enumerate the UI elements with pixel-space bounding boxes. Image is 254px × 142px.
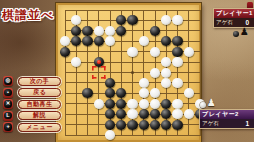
stone-white: [127, 47, 137, 57]
stone-black: [172, 47, 182, 57]
black-player-piece-icon: ♟: [240, 26, 249, 38]
dpad-icon: +: [3, 122, 13, 132]
stone-black: [60, 47, 70, 57]
stone-white: [105, 130, 115, 140]
stone-black: [116, 109, 126, 119]
stone-black: [105, 120, 115, 130]
stone-black: [82, 36, 92, 46]
stone-white: [139, 36, 149, 46]
stone-white: [94, 26, 104, 36]
stone-black: [94, 36, 104, 46]
stone-black: [105, 109, 115, 119]
grid-line-h: [65, 135, 201, 136]
player1-panel: プレイヤー1 アゲ石 0: [213, 8, 254, 28]
stone-white: [139, 99, 149, 109]
stone-white: [139, 88, 149, 98]
menu-item-commentary[interactable]: L 解説: [3, 111, 61, 121]
stone-white: [139, 78, 149, 88]
menu-item-label: 解説: [18, 111, 61, 120]
stone-black: [139, 109, 149, 119]
hoshi-point: [131, 71, 134, 74]
stone-black: [161, 36, 171, 46]
stone-black: [161, 99, 171, 109]
stone-white: [127, 109, 137, 119]
stone-black: [150, 109, 160, 119]
stone-black: [161, 109, 171, 119]
player1-name: プレイヤー1: [214, 9, 254, 18]
stone-white: [105, 26, 115, 36]
x-button-icon: ✕: [3, 99, 13, 109]
stone-black: [116, 15, 126, 25]
player2-color-indicator: ♟: [200, 99, 220, 109]
stone-white: [172, 99, 182, 109]
board-cursor[interactable]: [92, 66, 106, 79]
last-move-marker: [97, 60, 101, 64]
stone-white: [105, 36, 115, 46]
stone-white: [184, 47, 194, 57]
stone-white: [150, 68, 160, 78]
stone-white: [172, 57, 182, 67]
stone-black: [127, 120, 137, 130]
player1-color-indicator: ♟: [233, 28, 253, 38]
menu-item-label: 戻る: [18, 88, 61, 97]
stone-white: [150, 88, 160, 98]
stone-black: [105, 88, 115, 98]
menu-item-autoplay[interactable]: ✕ 自動再生: [3, 99, 61, 109]
stone-black: [116, 26, 126, 36]
menu-item-label: 次の手: [18, 77, 61, 86]
player2-panel: プレイヤー2 アゲ石 1: [199, 109, 254, 129]
stone-black: [71, 26, 81, 36]
stone-white: [71, 15, 81, 25]
stone-white: [150, 99, 160, 109]
stone-black: [116, 120, 126, 130]
l-button-icon: L: [3, 111, 13, 121]
black-stone-icon: [233, 31, 239, 37]
stone-white: [172, 15, 182, 25]
stone-white: [94, 99, 104, 109]
stone-black: [82, 26, 92, 36]
stone-black: [127, 15, 137, 25]
stone-white: [161, 68, 171, 78]
a-button-icon: ◎: [3, 76, 13, 86]
stone-white: [60, 36, 70, 46]
menu-item-menu[interactable]: + メニュー: [3, 122, 61, 132]
stone-black: [82, 88, 92, 98]
b-button-icon: •: [3, 88, 13, 98]
stone-white: [184, 88, 194, 98]
stone-black: [71, 36, 81, 46]
stone-black: [172, 120, 182, 130]
stone-white: [161, 57, 171, 67]
stone-black: [116, 88, 126, 98]
stone-white: [161, 78, 171, 88]
white-stone-icon: [200, 102, 206, 108]
stone-white: [127, 99, 137, 109]
player2-captures-value: 1: [245, 119, 249, 128]
stone-white: [172, 109, 182, 119]
game-screen: 棋譜並べ プレイヤー1 アゲ石 0 ♟ ♟ プレイヤー2 アゲ石 1 ◎ 次の手…: [0, 0, 254, 142]
stone-white: [150, 47, 160, 57]
stone-black: [105, 78, 115, 88]
stone-black: [150, 120, 160, 130]
stone-white: [71, 57, 81, 67]
mode-title: 棋譜並べ: [2, 9, 58, 22]
player2-captures-row: アゲ石 1: [200, 119, 254, 128]
white-player-piece-icon: ♟: [207, 97, 216, 109]
stone-black: [161, 120, 171, 130]
menu-item-back[interactable]: • 戻る: [3, 88, 61, 98]
menu-item-label: メニュー: [18, 123, 61, 132]
player2-name: プレイヤー2: [200, 110, 254, 119]
stone-white: [172, 78, 182, 88]
menu-item-label: 自動再生: [18, 100, 61, 109]
stone-white: [161, 15, 171, 25]
stone-black: [172, 36, 182, 46]
stone-black: [105, 99, 115, 109]
player1-captures-label: アゲ石: [216, 19, 233, 25]
player2-captures-label: アゲ石: [202, 120, 219, 126]
stone-black: [150, 26, 160, 36]
stone-white: [184, 109, 194, 119]
stone-black: [116, 99, 126, 109]
menu-item-next-move[interactable]: ◎ 次の手: [3, 76, 61, 86]
stone-black: [139, 120, 149, 130]
go-board[interactable]: [56, 3, 201, 142]
